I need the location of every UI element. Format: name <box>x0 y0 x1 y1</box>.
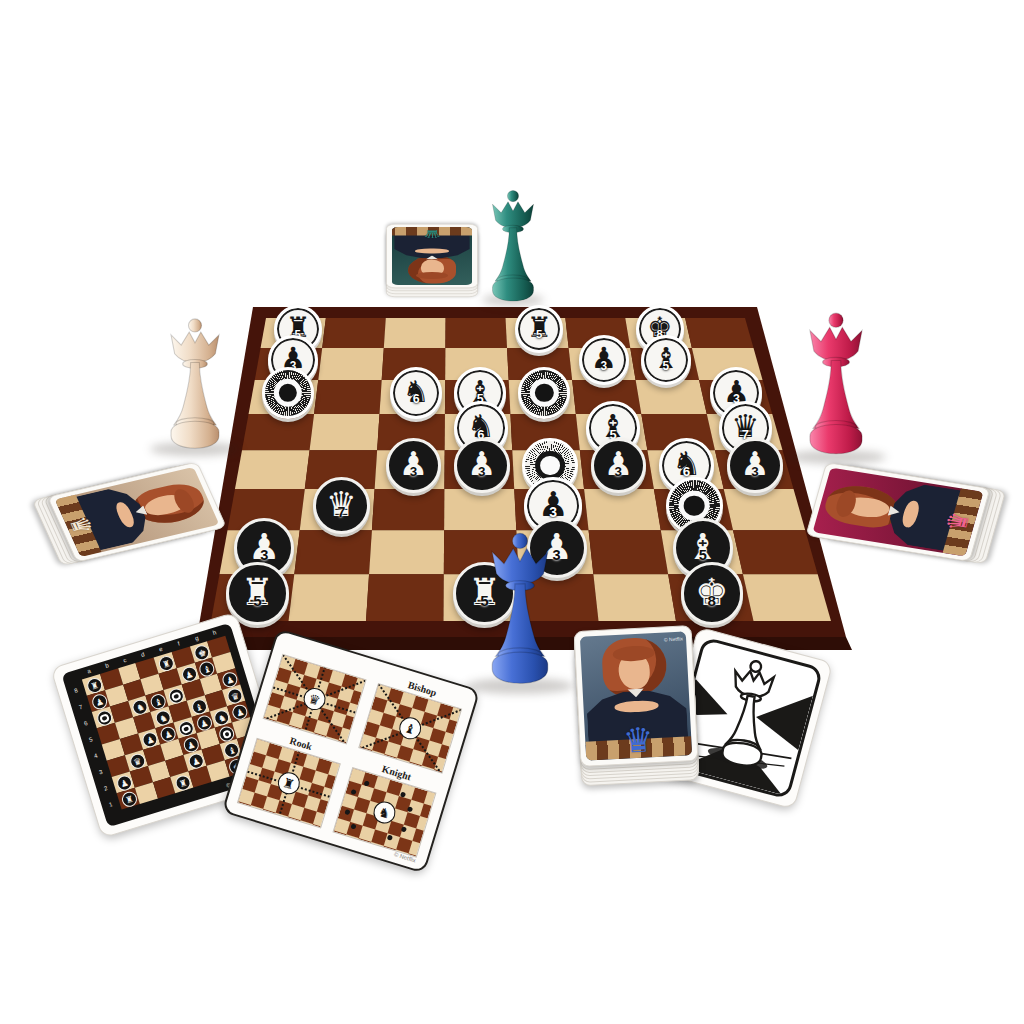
deck-top-card: ♛© Netflix <box>574 625 699 767</box>
board-square-r2c6 <box>636 380 707 414</box>
piece-value: 6 <box>393 392 439 406</box>
piece-value: 3 <box>730 464 780 479</box>
board-square-r5c3 <box>444 489 516 530</box>
knight-target-dot <box>351 789 357 795</box>
piece-value: 3 <box>594 464 644 479</box>
board-square-r6c2 <box>369 530 444 574</box>
knight-target-dot <box>351 823 357 829</box>
black-pawn-disc: ♟3 <box>727 438 783 494</box>
board-square-r6c1 <box>294 530 372 574</box>
white-pawn-disc: ♟3 <box>579 335 629 385</box>
deck-top-card: ♛ <box>386 224 478 288</box>
pink-queen-piece <box>789 310 883 460</box>
board-square-r1c1 <box>318 348 384 380</box>
teal-queen-piece <box>477 188 549 306</box>
board-square-r0c7 <box>685 318 753 348</box>
board-square-r7c1 <box>289 574 370 621</box>
black-rook-disc: ♜5 <box>226 562 288 624</box>
board-square-r3c0 <box>242 414 314 450</box>
board-square-r6c7 <box>733 530 818 574</box>
board-square-r4c0 <box>235 450 310 489</box>
white-bishop-disc: ♝5 <box>641 335 691 385</box>
black-pawn-disc: ♟3 <box>591 438 647 494</box>
piece-value: 3 <box>457 464 507 479</box>
piece-value: 5 <box>644 359 688 373</box>
move-diagram-board: ♜ <box>237 738 341 829</box>
board-square-r3c1 <box>310 414 380 450</box>
board-square-r0c2 <box>384 318 446 348</box>
piece-value: 5 <box>229 592 285 609</box>
folded-hands <box>415 248 449 253</box>
board-square-r5c7 <box>724 489 806 530</box>
board-square-r0c3 <box>445 318 507 348</box>
black-king-disc: ♚8 <box>681 562 743 624</box>
rank-label: 1 <box>102 794 118 814</box>
card-copyright: © Netflix <box>664 635 683 642</box>
queen-icon: ♛ <box>301 685 328 712</box>
knight-target-dot <box>387 834 393 840</box>
piece-value: 6 <box>662 464 712 479</box>
board-square-r7c2 <box>366 574 444 621</box>
white-knight-disc: ♞6 <box>390 367 442 419</box>
board-square-r0c1 <box>322 318 386 348</box>
black-pawn-disc: ♟3 <box>454 438 510 494</box>
knight-target-dot <box>364 780 370 786</box>
board-square-r2c1 <box>314 380 382 414</box>
board-square-r6c5 <box>589 530 669 574</box>
piece-value: 3 <box>582 359 626 373</box>
beth-portrait-card-art: ♛© Netflix <box>580 631 692 760</box>
piece-value: 3 <box>389 464 439 479</box>
knight-target-dot <box>407 806 413 812</box>
board-square-r5c2 <box>372 489 445 530</box>
blue-queen-piece <box>470 530 570 690</box>
starburst-disc-black <box>262 367 314 419</box>
knight-target-dot <box>345 809 351 815</box>
rook-icon: ♜ <box>275 770 302 797</box>
blue-player-deck: ♛© Netflix <box>574 625 699 767</box>
white-rook-disc: ♜5 <box>515 305 563 353</box>
product-photo-stage: ♜5♜5♚8♟3♟3♝5♞6♝5♟3♞6♝5♛7♟3♟3♟3♞6♟3♛7♟3♟3… <box>0 0 1024 1024</box>
knight-icon: ♞ <box>371 799 398 826</box>
queen-piece-icon: ♛ <box>584 720 692 760</box>
teal-player-deck: ♛ <box>386 224 478 288</box>
board-square-r7c7 <box>743 574 831 621</box>
beth-portrait-card-art: ♛ <box>392 227 472 285</box>
piece-value: 3 <box>237 547 291 563</box>
piece-value: 8 <box>684 592 740 609</box>
starburst-disc-black <box>518 367 570 419</box>
board-square-r5c5 <box>584 489 661 530</box>
queen-piece-icon: ♛ <box>392 228 472 239</box>
piece-value: 7 <box>316 504 368 520</box>
knight-target-dot <box>400 791 406 797</box>
bishop-icon: ♝ <box>396 715 423 742</box>
move-diagram-board: ♞ <box>332 767 436 858</box>
move-diagram-label <box>325 654 329 666</box>
piece-value: 5 <box>676 547 730 563</box>
ivory-queen-piece <box>152 316 238 454</box>
board-square-r7c5 <box>593 574 676 621</box>
piece-value: 5 <box>518 328 560 340</box>
knight-target-dot <box>400 826 406 832</box>
